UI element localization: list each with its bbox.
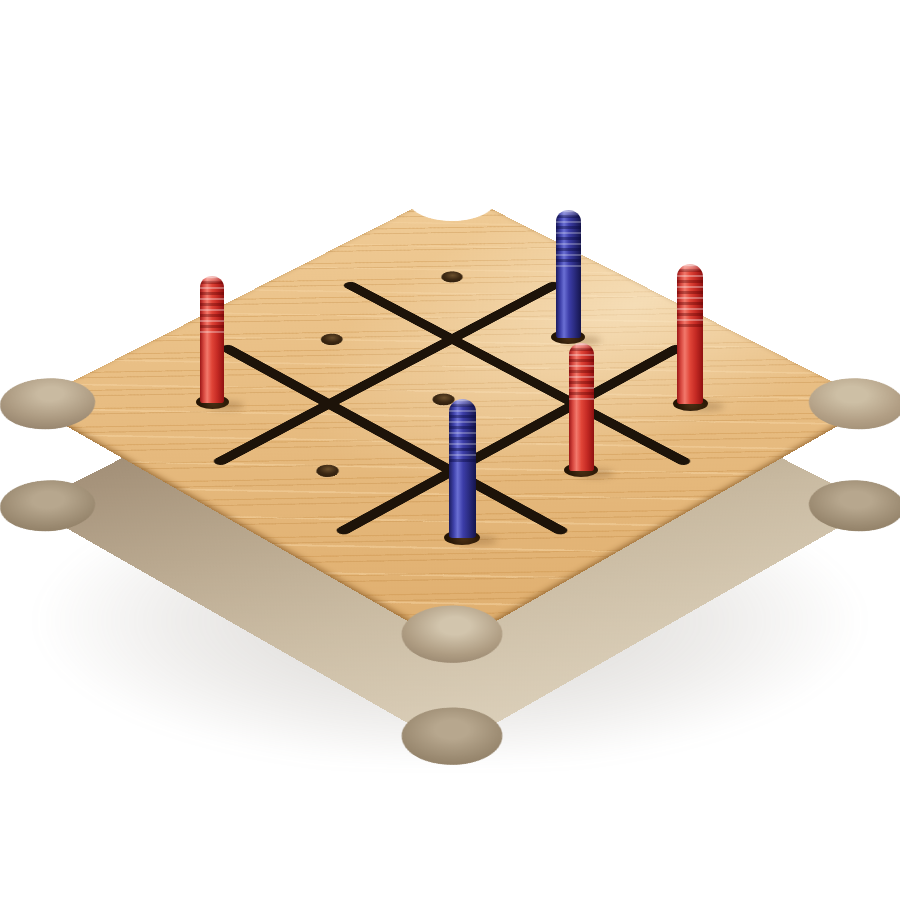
- corner-notch-side-front: [381, 696, 523, 777]
- peg-blue-r2c2[interactable]: [449, 399, 476, 538]
- peg-red-body: [200, 276, 224, 403]
- product-photo-stage: [0, 0, 900, 900]
- peg-red-r2c0[interactable]: [200, 276, 224, 403]
- peg-blue-body: [556, 210, 581, 338]
- empty-hole-r2c1: [311, 462, 343, 479]
- peg-red-r0c2[interactable]: [677, 264, 703, 404]
- peg-red-r1c2[interactable]: [569, 343, 594, 471]
- peg-blue-r0c1[interactable]: [556, 210, 581, 338]
- empty-hole-r0c0: [437, 269, 467, 285]
- peg-blue-body: [449, 399, 476, 538]
- peg-red-body: [569, 343, 594, 471]
- peg-red-body: [677, 264, 703, 404]
- empty-hole-r1c0: [316, 331, 347, 347]
